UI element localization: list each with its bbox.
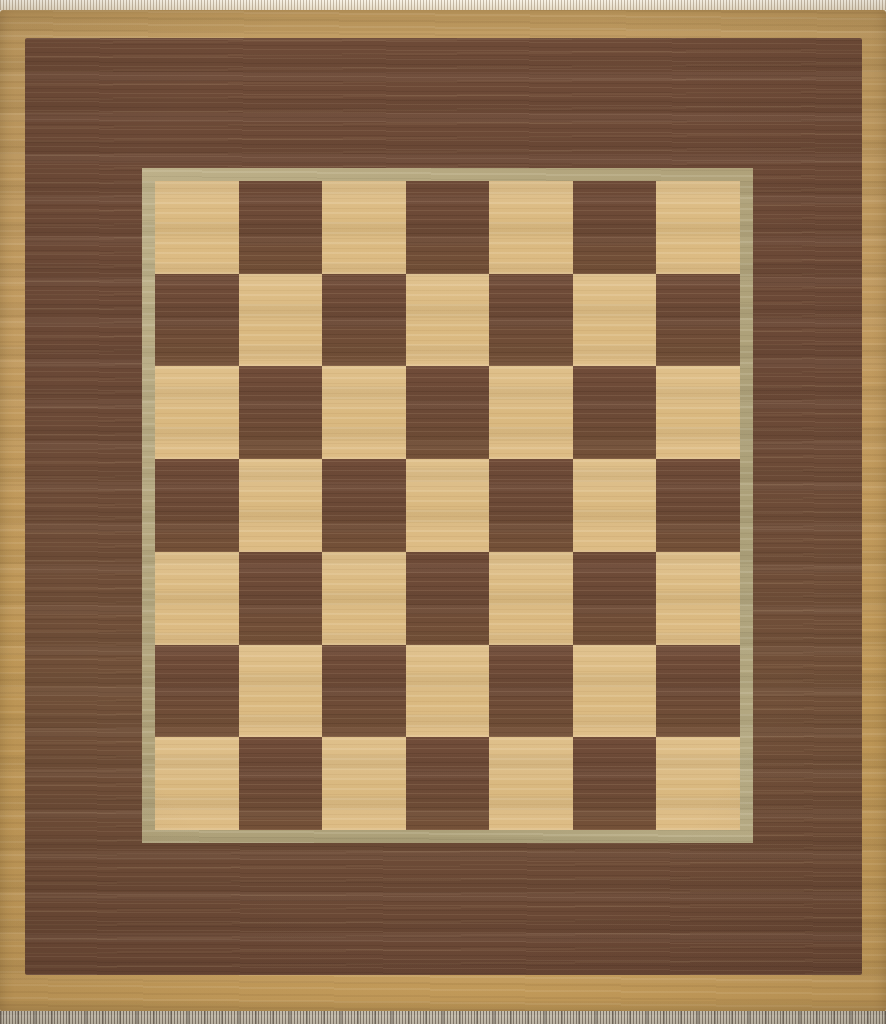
- checkerboard: [155, 181, 740, 830]
- square-r6c6: [573, 645, 657, 738]
- brown-field: [25, 38, 862, 975]
- square-r6c5: [489, 645, 573, 738]
- square-r6c1: [155, 645, 239, 738]
- square-r5c3: [322, 552, 406, 645]
- rug-photo: [0, 0, 886, 1024]
- square-r2c3: [322, 274, 406, 367]
- outer-tan-band: [0, 10, 886, 1012]
- square-r3c7: [656, 366, 740, 459]
- square-r3c1: [155, 366, 239, 459]
- square-r6c2: [239, 645, 323, 738]
- square-r4c7: [656, 459, 740, 552]
- square-r4c6: [573, 459, 657, 552]
- square-r1c4: [406, 181, 490, 274]
- square-r3c2: [239, 366, 323, 459]
- square-r4c4: [406, 459, 490, 552]
- square-r1c5: [489, 181, 573, 274]
- square-r3c3: [322, 366, 406, 459]
- square-r2c4: [406, 274, 490, 367]
- square-r4c2: [239, 459, 323, 552]
- square-r2c1: [155, 274, 239, 367]
- square-r5c4: [406, 552, 490, 645]
- square-r4c5: [489, 459, 573, 552]
- square-r5c6: [573, 552, 657, 645]
- square-r5c1: [155, 552, 239, 645]
- square-r7c1: [155, 737, 239, 830]
- square-r5c2: [239, 552, 323, 645]
- square-r5c5: [489, 552, 573, 645]
- square-r4c3: [322, 459, 406, 552]
- square-r7c3: [322, 737, 406, 830]
- square-r1c7: [656, 181, 740, 274]
- square-r5c7: [656, 552, 740, 645]
- square-r3c6: [573, 366, 657, 459]
- square-r7c5: [489, 737, 573, 830]
- square-r3c4: [406, 366, 490, 459]
- square-r7c6: [573, 737, 657, 830]
- square-r6c7: [656, 645, 740, 738]
- square-r1c1: [155, 181, 239, 274]
- square-r2c6: [573, 274, 657, 367]
- square-r7c2: [239, 737, 323, 830]
- square-r2c5: [489, 274, 573, 367]
- square-r7c7: [656, 737, 740, 830]
- square-r2c2: [239, 274, 323, 367]
- square-r7c4: [406, 737, 490, 830]
- square-r1c3: [322, 181, 406, 274]
- square-r4c1: [155, 459, 239, 552]
- square-r3c5: [489, 366, 573, 459]
- fringe-top: [0, 0, 886, 10]
- square-r1c6: [573, 181, 657, 274]
- square-r6c3: [322, 645, 406, 738]
- square-r1c2: [239, 181, 323, 274]
- fringe-bottom: [0, 1011, 886, 1024]
- square-r6c4: [406, 645, 490, 738]
- square-r2c7: [656, 274, 740, 367]
- board-inner-border: [142, 168, 753, 843]
